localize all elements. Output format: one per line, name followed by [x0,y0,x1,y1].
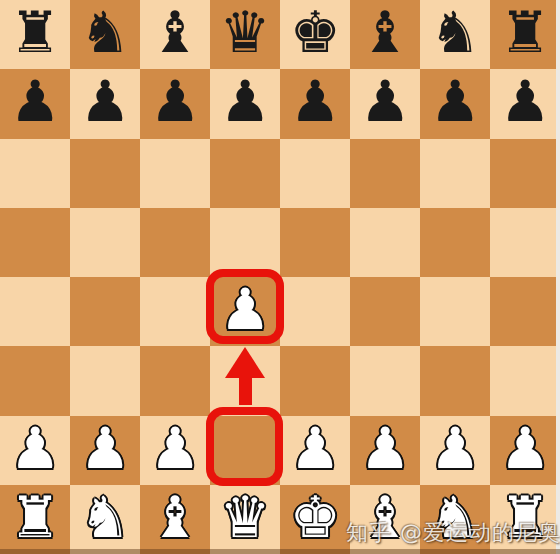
square-c5[interactable] [140,208,210,277]
black-bishop-c8: ♝ [149,4,200,61]
black-pawn-h7: ♟ [499,73,550,130]
square-h7[interactable]: ♟ [490,69,560,138]
square-c4[interactable] [140,277,210,346]
white-pawn-d4: ♟ [219,281,270,338]
square-e6[interactable] [280,139,350,208]
white-king-e1: ♚ [289,489,340,546]
square-c7[interactable]: ♟ [140,69,210,138]
square-c2[interactable]: ♟ [140,416,210,485]
square-e2[interactable]: ♟ [280,416,350,485]
white-knight-b1: ♞ [79,489,130,546]
white-pawn-h2: ♟ [499,420,550,477]
square-d4[interactable]: ♟ [210,277,280,346]
image-edge-bottom [0,549,560,554]
black-pawn-f7: ♟ [359,73,410,130]
square-e5[interactable] [280,208,350,277]
white-pawn-c2: ♟ [149,420,200,477]
square-b7[interactable]: ♟ [70,69,140,138]
square-c3[interactable] [140,346,210,415]
square-b4[interactable] [70,277,140,346]
white-bishop-c1: ♝ [149,489,200,546]
square-g3[interactable] [420,346,490,415]
black-queen-d8: ♛ [219,4,270,61]
square-c6[interactable] [140,139,210,208]
image-edge-right [556,0,560,554]
square-b8[interactable]: ♞ [70,0,140,69]
black-pawn-c7: ♟ [149,73,200,130]
square-h1[interactable]: ♜ [490,485,560,554]
square-d7[interactable]: ♟ [210,69,280,138]
square-h2[interactable]: ♟ [490,416,560,485]
square-a6[interactable] [0,139,70,208]
square-e7[interactable]: ♟ [280,69,350,138]
black-pawn-e7: ♟ [289,73,340,130]
square-a2[interactable]: ♟ [0,416,70,485]
square-e1[interactable]: ♚ [280,485,350,554]
black-pawn-b7: ♟ [79,73,130,130]
square-f3[interactable] [350,346,420,415]
black-bishop-f8: ♝ [359,4,410,61]
black-knight-g8: ♞ [429,4,480,61]
square-h6[interactable] [490,139,560,208]
square-a7[interactable]: ♟ [0,69,70,138]
black-pawn-g7: ♟ [429,73,480,130]
square-f8[interactable]: ♝ [350,0,420,69]
white-bishop-f1: ♝ [359,489,410,546]
white-rook-h1: ♜ [499,489,550,546]
square-g5[interactable] [420,208,490,277]
black-knight-b8: ♞ [79,4,130,61]
square-h8[interactable]: ♜ [490,0,560,69]
square-a4[interactable] [0,277,70,346]
square-g1[interactable]: ♞ [420,485,490,554]
square-d8[interactable]: ♛ [210,0,280,69]
board: ♜♞♝♛♚♝♞♜♟♟♟♟♟♟♟♟♟♟♟♟♟♟♟♟♜♞♝♛♚♝♞♜ [0,0,560,554]
square-h5[interactable] [490,208,560,277]
square-g8[interactable]: ♞ [420,0,490,69]
black-rook-h8: ♜ [499,4,550,61]
square-b1[interactable]: ♞ [70,485,140,554]
square-d6[interactable] [210,139,280,208]
chess-move-diagram: ♜♞♝♛♚♝♞♜♟♟♟♟♟♟♟♟♟♟♟♟♟♟♟♟♜♞♝♛♚♝♞♜ 知乎 @爱运动… [0,0,560,554]
square-d5[interactable] [210,208,280,277]
square-d1[interactable]: ♛ [210,485,280,554]
white-pawn-a2: ♟ [9,420,60,477]
square-b6[interactable] [70,139,140,208]
white-rook-a1: ♜ [9,489,60,546]
square-b2[interactable]: ♟ [70,416,140,485]
white-queen-d1: ♛ [219,489,270,546]
black-pawn-a7: ♟ [9,73,60,130]
square-e3[interactable] [280,346,350,415]
square-g4[interactable] [420,277,490,346]
square-b5[interactable] [70,208,140,277]
square-c8[interactable]: ♝ [140,0,210,69]
black-king-e8: ♚ [289,4,340,61]
white-pawn-b2: ♟ [79,420,130,477]
square-a8[interactable]: ♜ [0,0,70,69]
square-f6[interactable] [350,139,420,208]
square-g6[interactable] [420,139,490,208]
white-pawn-g2: ♟ [429,420,480,477]
square-f5[interactable] [350,208,420,277]
square-h4[interactable] [490,277,560,346]
square-f4[interactable] [350,277,420,346]
black-pawn-d7: ♟ [219,73,270,130]
white-pawn-f2: ♟ [359,420,410,477]
white-pawn-e2: ♟ [289,420,340,477]
square-d3[interactable] [210,346,280,415]
square-e8[interactable]: ♚ [280,0,350,69]
square-g7[interactable]: ♟ [420,69,490,138]
square-f2[interactable]: ♟ [350,416,420,485]
square-c1[interactable]: ♝ [140,485,210,554]
square-d2[interactable] [210,416,280,485]
square-h3[interactable] [490,346,560,415]
white-knight-g1: ♞ [429,489,480,546]
square-b3[interactable] [70,346,140,415]
square-f1[interactable]: ♝ [350,485,420,554]
black-rook-a8: ♜ [9,4,60,61]
square-a1[interactable]: ♜ [0,485,70,554]
square-e4[interactable] [280,277,350,346]
square-g2[interactable]: ♟ [420,416,490,485]
square-a3[interactable] [0,346,70,415]
square-a5[interactable] [0,208,70,277]
square-f7[interactable]: ♟ [350,69,420,138]
